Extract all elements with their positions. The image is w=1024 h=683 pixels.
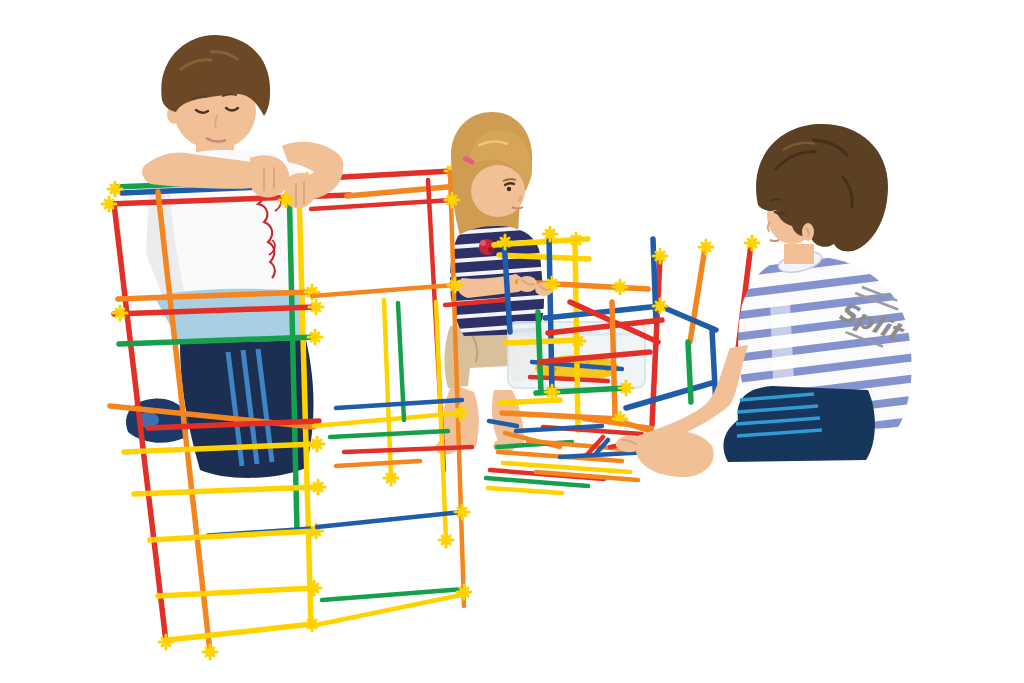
girl-eye (507, 187, 511, 191)
gripped-connector (279, 193, 293, 207)
right-boy-hand (616, 436, 642, 452)
flower-petal-2 (488, 247, 494, 253)
photo-canvas: Split (0, 0, 1024, 683)
right-boy-mouth (770, 240, 779, 241)
flower-petal (480, 240, 486, 246)
right-boy-head (756, 124, 888, 264)
scene-drawing: Split (0, 0, 1024, 683)
left-boy-head (161, 35, 270, 150)
right-boy-neck (784, 244, 814, 264)
girl-ear (476, 190, 486, 204)
